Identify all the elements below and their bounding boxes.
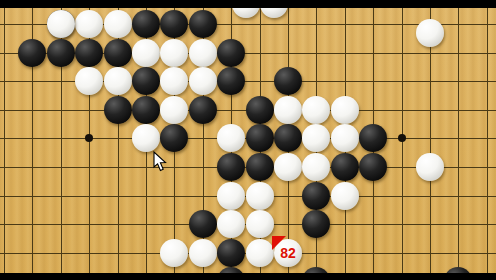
white-stone[interactable] [189, 39, 217, 67]
white-stone[interactable] [132, 39, 160, 67]
black-stone[interactable] [302, 182, 330, 210]
white-stone[interactable] [246, 239, 274, 267]
black-stone[interactable] [246, 96, 274, 124]
white-stone[interactable] [160, 39, 188, 67]
white-stone[interactable] [217, 124, 245, 152]
black-stone[interactable] [274, 67, 302, 95]
white-stone[interactable] [246, 210, 274, 238]
mouse-cursor-icon [153, 151, 169, 173]
black-stone[interactable] [189, 210, 217, 238]
board-grid-vline [487, 8, 488, 273]
white-stone[interactable] [302, 124, 330, 152]
white-stone[interactable] [104, 10, 132, 38]
board-grid-vline [430, 8, 431, 273]
white-stone[interactable] [217, 182, 245, 210]
white-stone[interactable] [75, 10, 103, 38]
black-stone[interactable] [331, 153, 359, 181]
black-stone[interactable] [217, 67, 245, 95]
white-stone[interactable] [302, 96, 330, 124]
black-stone[interactable] [160, 10, 188, 38]
board-grid-vline [4, 8, 5, 273]
white-stone[interactable] [416, 19, 444, 47]
white-stone[interactable] [75, 67, 103, 95]
black-stone[interactable] [359, 124, 387, 152]
white-stone[interactable] [331, 124, 359, 152]
black-stone[interactable] [132, 10, 160, 38]
letterbox-bar-bottom [0, 273, 496, 280]
white-stone[interactable] [217, 210, 245, 238]
black-stone[interactable] [217, 39, 245, 67]
white-stone[interactable] [246, 182, 274, 210]
letterbox-bar-top [0, 0, 496, 8]
black-stone[interactable] [189, 96, 217, 124]
white-stone[interactable]: 82 [274, 239, 302, 267]
black-stone[interactable] [104, 39, 132, 67]
black-stone[interactable] [104, 96, 132, 124]
last-move-number: 82 [274, 239, 302, 267]
black-stone[interactable] [75, 39, 103, 67]
black-stone[interactable] [302, 210, 330, 238]
white-stone[interactable] [416, 153, 444, 181]
black-stone[interactable] [359, 153, 387, 181]
black-stone[interactable] [132, 67, 160, 95]
star-point [398, 134, 406, 142]
black-stone[interactable] [132, 96, 160, 124]
white-stone[interactable] [302, 153, 330, 181]
black-stone[interactable] [246, 124, 274, 152]
video-frame: 82 [0, 0, 496, 280]
white-stone[interactable] [132, 124, 160, 152]
white-stone[interactable] [160, 67, 188, 95]
white-stone[interactable] [104, 67, 132, 95]
star-point [85, 134, 93, 142]
white-stone[interactable] [274, 96, 302, 124]
black-stone[interactable] [18, 39, 46, 67]
black-stone[interactable] [47, 39, 75, 67]
go-board[interactable]: 82 [0, 0, 496, 280]
black-stone[interactable] [160, 124, 188, 152]
black-stone[interactable] [189, 10, 217, 38]
white-stone[interactable] [189, 67, 217, 95]
white-stone[interactable] [331, 182, 359, 210]
black-stone[interactable] [274, 124, 302, 152]
white-stone[interactable] [160, 96, 188, 124]
white-stone[interactable] [331, 96, 359, 124]
black-stone[interactable] [217, 153, 245, 181]
black-stone[interactable] [217, 239, 245, 267]
black-stone[interactable] [246, 153, 274, 181]
white-stone[interactable] [274, 153, 302, 181]
white-stone[interactable] [160, 239, 188, 267]
white-stone[interactable] [47, 10, 75, 38]
board-grid-vline [458, 8, 459, 273]
white-stone[interactable] [189, 239, 217, 267]
